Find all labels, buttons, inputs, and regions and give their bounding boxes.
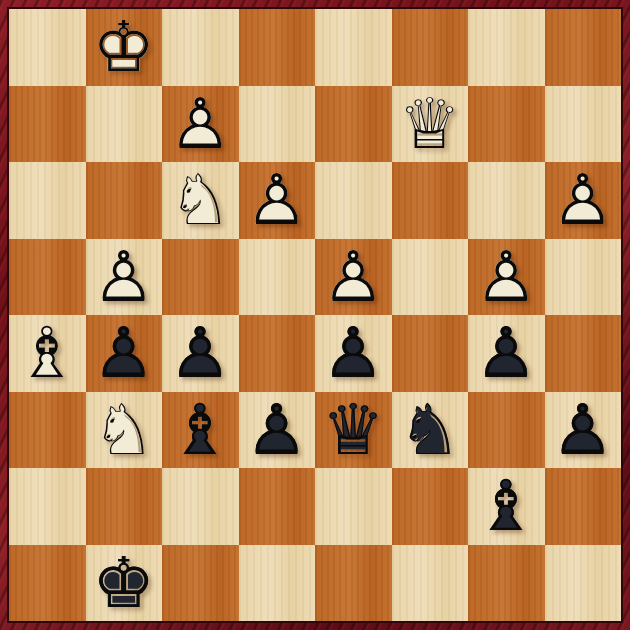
square-a5[interactable]	[9, 239, 86, 316]
square-d1[interactable]	[239, 545, 316, 622]
square-g3[interactable]	[468, 392, 545, 469]
square-c3[interactable]: ♝♗	[162, 392, 239, 469]
square-e1[interactable]	[315, 545, 392, 622]
black-bishop-outline-glyph: ♗	[468, 468, 545, 545]
square-b7[interactable]	[86, 86, 163, 163]
square-b2[interactable]	[86, 468, 163, 545]
black-bishop[interactable]: ♝♗	[162, 392, 239, 469]
black-pawn-outline-glyph: ♙	[162, 315, 239, 392]
square-c4[interactable]: ♟♙	[162, 315, 239, 392]
white-queen[interactable]: ♛♕	[392, 86, 469, 163]
black-pawn-outline-glyph: ♙	[315, 315, 392, 392]
black-king-outline-glyph: ♔	[86, 545, 163, 622]
black-knight[interactable]: ♞♘	[392, 392, 469, 469]
square-d4[interactable]	[239, 315, 316, 392]
square-a8[interactable]	[9, 9, 86, 86]
black-pawn[interactable]: ♟♙	[315, 315, 392, 392]
square-c5[interactable]	[162, 239, 239, 316]
black-pawn[interactable]: ♟♙	[468, 315, 545, 392]
square-e3[interactable]: ♛♕	[315, 392, 392, 469]
square-g8[interactable]	[468, 9, 545, 86]
square-e5[interactable]: ♟♙	[315, 239, 392, 316]
square-b8[interactable]: ♚♔	[86, 9, 163, 86]
black-pawn-outline-glyph: ♙	[86, 315, 163, 392]
square-d5[interactable]	[239, 239, 316, 316]
black-queen[interactable]: ♛♕	[315, 392, 392, 469]
square-e6[interactable]	[315, 162, 392, 239]
white-king-outline-glyph: ♔	[86, 9, 163, 86]
black-pawn[interactable]: ♟♙	[86, 315, 163, 392]
square-a2[interactable]	[9, 468, 86, 545]
white-bishop[interactable]: ♝♗	[9, 315, 86, 392]
white-knight[interactable]: ♞♘	[86, 392, 163, 469]
white-pawn-outline-glyph: ♙	[468, 239, 545, 316]
black-king[interactable]: ♚♔	[86, 545, 163, 622]
square-e4[interactable]: ♟♙	[315, 315, 392, 392]
square-b4[interactable]: ♟♙	[86, 315, 163, 392]
black-pawn[interactable]: ♟♙	[545, 392, 622, 469]
black-knight-outline-glyph: ♘	[392, 392, 469, 469]
square-h7[interactable]	[545, 86, 622, 163]
white-queen-outline-glyph: ♕	[392, 86, 469, 163]
black-pawn-outline-glyph: ♙	[545, 392, 622, 469]
white-pawn-outline-glyph: ♙	[239, 162, 316, 239]
white-bishop-outline-glyph: ♗	[9, 315, 86, 392]
white-pawn[interactable]: ♟♙	[545, 162, 622, 239]
square-c1[interactable]	[162, 545, 239, 622]
square-d2[interactable]	[239, 468, 316, 545]
square-h2[interactable]	[545, 468, 622, 545]
white-pawn-outline-glyph: ♙	[315, 239, 392, 316]
square-b1[interactable]: ♚♔	[86, 545, 163, 622]
black-pawn[interactable]: ♟♙	[239, 392, 316, 469]
square-g6[interactable]	[468, 162, 545, 239]
square-e8[interactable]	[315, 9, 392, 86]
white-pawn-outline-glyph: ♙	[162, 86, 239, 163]
white-pawn[interactable]: ♟♙	[162, 86, 239, 163]
white-pawn[interactable]: ♟♙	[315, 239, 392, 316]
square-h1[interactable]	[545, 545, 622, 622]
white-knight-outline-glyph: ♘	[162, 162, 239, 239]
white-pawn-outline-glyph: ♙	[545, 162, 622, 239]
white-king[interactable]: ♚♔	[86, 9, 163, 86]
square-c7[interactable]: ♟♙	[162, 86, 239, 163]
black-pawn[interactable]: ♟♙	[162, 315, 239, 392]
square-h8[interactable]	[545, 9, 622, 86]
square-g7[interactable]	[468, 86, 545, 163]
white-pawn[interactable]: ♟♙	[86, 239, 163, 316]
square-h3[interactable]: ♟♙	[545, 392, 622, 469]
white-pawn-outline-glyph: ♙	[86, 239, 163, 316]
square-c6[interactable]: ♞♘	[162, 162, 239, 239]
square-a3[interactable]	[9, 392, 86, 469]
square-c8[interactable]	[162, 9, 239, 86]
white-knight[interactable]: ♞♘	[162, 162, 239, 239]
square-g4[interactable]: ♟♙	[468, 315, 545, 392]
black-pawn-outline-glyph: ♙	[239, 392, 316, 469]
square-b6[interactable]	[86, 162, 163, 239]
square-h5[interactable]	[545, 239, 622, 316]
square-a7[interactable]	[9, 86, 86, 163]
square-e2[interactable]	[315, 468, 392, 545]
square-a4[interactable]: ♝♗	[9, 315, 86, 392]
square-f5[interactable]	[392, 239, 469, 316]
black-pawn-outline-glyph: ♙	[468, 315, 545, 392]
black-queen-outline-glyph: ♕	[315, 392, 392, 469]
square-f7[interactable]: ♛♕	[392, 86, 469, 163]
square-f6[interactable]	[392, 162, 469, 239]
square-h4[interactable]	[545, 315, 622, 392]
square-a1[interactable]	[9, 545, 86, 622]
square-g5[interactable]: ♟♙	[468, 239, 545, 316]
square-d3[interactable]: ♟♙	[239, 392, 316, 469]
white-pawn[interactable]: ♟♙	[239, 162, 316, 239]
square-c2[interactable]	[162, 468, 239, 545]
square-g1[interactable]	[468, 545, 545, 622]
white-knight-outline-glyph: ♘	[86, 392, 163, 469]
black-bishop-outline-glyph: ♗	[162, 392, 239, 469]
black-bishop[interactable]: ♝♗	[468, 468, 545, 545]
square-b5[interactable]: ♟♙	[86, 239, 163, 316]
square-d7[interactable]	[239, 86, 316, 163]
square-f2[interactable]	[392, 468, 469, 545]
square-f3[interactable]: ♞♘	[392, 392, 469, 469]
square-b3[interactable]: ♞♘	[86, 392, 163, 469]
square-d6[interactable]: ♟♙	[239, 162, 316, 239]
board-frame: ♚♔♟♙♛♕♞♘♟♙♟♙♟♙♟♙♟♙♝♗♟♙♟♙♟♙♟♙♞♘♝♗♟♙♛♕♞♘♟♙…	[0, 0, 630, 630]
square-f1[interactable]	[392, 545, 469, 622]
square-e7[interactable]	[315, 86, 392, 163]
white-pawn[interactable]: ♟♙	[468, 239, 545, 316]
chess-board: ♚♔♟♙♛♕♞♘♟♙♟♙♟♙♟♙♟♙♝♗♟♙♟♙♟♙♟♙♞♘♝♗♟♙♛♕♞♘♟♙…	[9, 9, 621, 621]
square-g2[interactable]: ♝♗	[468, 468, 545, 545]
square-a6[interactable]	[9, 162, 86, 239]
square-f8[interactable]	[392, 9, 469, 86]
square-d8[interactable]	[239, 9, 316, 86]
square-f4[interactable]	[392, 315, 469, 392]
square-h6[interactable]: ♟♙	[545, 162, 622, 239]
